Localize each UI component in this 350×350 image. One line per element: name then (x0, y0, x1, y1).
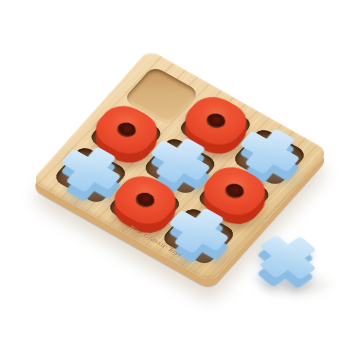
o-hole (132, 190, 158, 210)
o-hole (113, 120, 139, 140)
o-hole (221, 181, 247, 201)
o-hole (203, 111, 229, 131)
product-photo: New Classic Toys (0, 0, 350, 350)
